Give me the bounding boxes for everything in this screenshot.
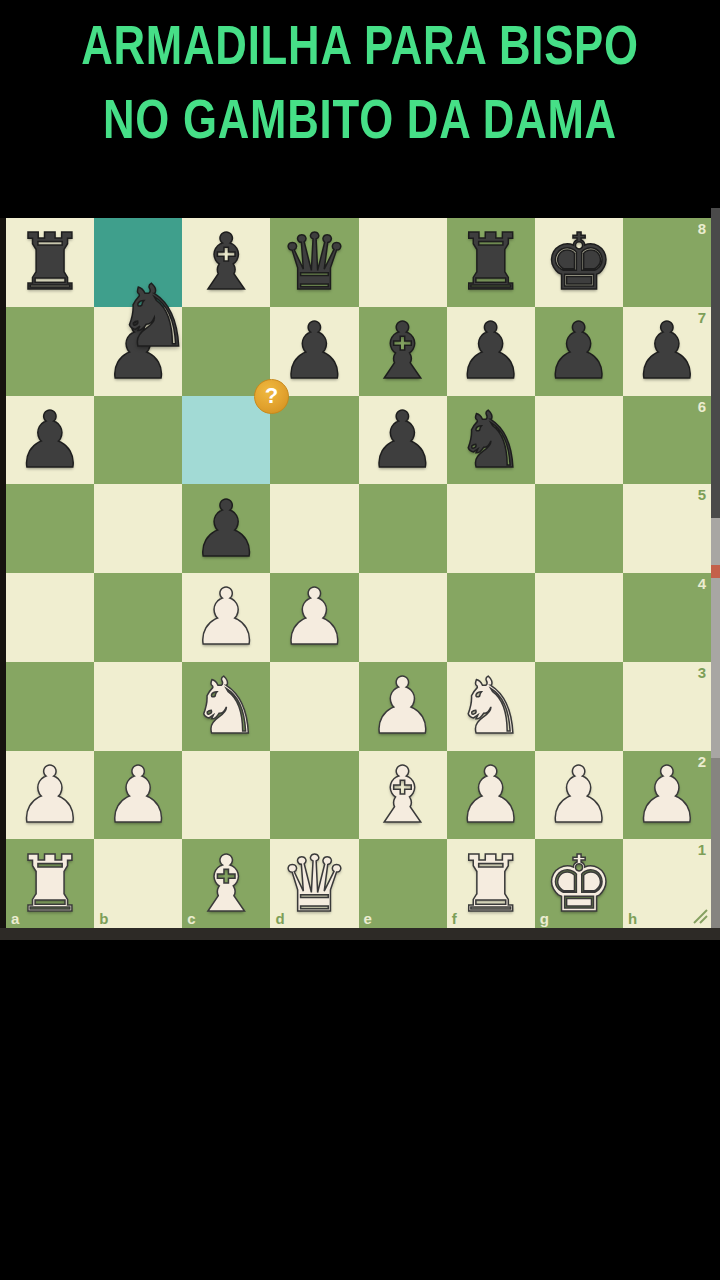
white-pawn-e3[interactable]: ♟ [359,662,447,751]
square-e7[interactable]: ♝ [359,307,447,396]
square-c1[interactable]: c♝ [182,839,270,928]
square-h3[interactable]: 3 [623,662,711,751]
file-label-b: b [99,911,108,926]
square-a5[interactable] [6,484,94,573]
square-d4[interactable]: ♟ [270,573,358,662]
square-a8[interactable]: ♜ [6,218,94,307]
square-g3[interactable] [535,662,623,751]
square-g5[interactable] [535,484,623,573]
black-queen-d8[interactable]: ♛ [270,218,358,307]
square-f4[interactable] [447,573,535,662]
rank-label-8: 8 [698,221,706,236]
square-f7[interactable]: ♟ [447,307,535,396]
square-h1[interactable]: 1h [623,839,711,928]
white-rook-f1[interactable]: ♜ [447,839,535,928]
square-h4[interactable]: 4 [623,573,711,662]
black-bishop-e7[interactable]: ♝ [359,307,447,396]
square-f8[interactable]: ♜ [447,218,535,307]
square-c5[interactable]: ♟ [182,484,270,573]
square-b3[interactable] [94,662,182,751]
square-c3[interactable]: ♞ [182,662,270,751]
scrollbar-track-top [711,208,720,518]
title-line-2: NO GAMBITO DA DAMA [79,82,641,156]
file-label-d: d [275,911,284,926]
white-pawn-g2[interactable]: ♟ [535,751,623,840]
square-f2[interactable]: ♟ [447,751,535,840]
black-king-g8[interactable]: ♚ [535,218,623,307]
board-resize-handle-icon[interactable] [690,906,708,924]
rank-label-4: 4 [698,576,706,591]
white-pawn-f2[interactable]: ♟ [447,751,535,840]
black-knight-f6[interactable]: ♞ [447,396,535,485]
square-e2[interactable]: ♝ [359,751,447,840]
rank-label-6: 6 [698,399,706,414]
black-rook-f8[interactable]: ♜ [447,218,535,307]
white-pawn-d4[interactable]: ♟ [270,573,358,662]
animating-knight-piece[interactable]: ♞ [110,272,198,360]
scrollbar[interactable] [711,208,720,928]
square-h8[interactable]: 8 [623,218,711,307]
square-d1[interactable]: d♛ [270,839,358,928]
black-pawn-g7[interactable]: ♟ [535,307,623,396]
video-frame: ARMADILHA PARA BISPO NO GAMBITO DA DAMA … [0,0,720,1280]
square-e1[interactable]: e [359,839,447,928]
video-title: ARMADILHA PARA BISPO NO GAMBITO DA DAMA [0,8,720,156]
square-g4[interactable] [535,573,623,662]
file-label-e: e [364,911,372,926]
square-g6[interactable] [535,396,623,485]
square-a3[interactable] [6,662,94,751]
square-e4[interactable] [359,573,447,662]
file-label-g: g [540,911,549,926]
title-line-1: ARMADILHA PARA BISPO [79,8,641,82]
square-f5[interactable] [447,484,535,573]
rank-label-7: 7 [698,310,706,325]
square-b5[interactable] [94,484,182,573]
white-bishop-e2[interactable]: ♝ [359,751,447,840]
square-d2[interactable] [270,751,358,840]
black-pawn-e6[interactable]: ♟ [359,396,447,485]
square-b1[interactable]: b [94,839,182,928]
square-e8[interactable] [359,218,447,307]
square-h5[interactable]: 5 [623,484,711,573]
mistake-annotation-symbol: ? [265,385,278,407]
square-g7[interactable]: ♟ [535,307,623,396]
mistake-annotation-badge: ? [254,379,289,414]
black-rook-a8[interactable]: ♜ [6,218,94,307]
square-d8[interactable]: ♛ [270,218,358,307]
square-c4[interactable]: ♟ [182,573,270,662]
square-b4[interactable] [94,573,182,662]
square-c2[interactable] [182,751,270,840]
black-pawn-c5[interactable]: ♟ [182,484,270,573]
rank-label-3: 3 [698,665,706,680]
file-label-a: a [11,911,19,926]
rank-label-2: 2 [698,754,706,769]
square-f1[interactable]: f♜ [447,839,535,928]
rank-label-1: 1 [698,842,706,857]
square-h6[interactable]: 6 [623,396,711,485]
square-h2[interactable]: 2♟ [623,751,711,840]
scrollbar-red-marker [711,565,720,578]
square-e6[interactable]: ♟ [359,396,447,485]
white-pawn-c4[interactable]: ♟ [182,573,270,662]
file-label-h: h [628,911,637,926]
black-pawn-a6[interactable]: ♟ [6,396,94,485]
board-bottom-edge [0,928,720,940]
square-h7[interactable]: 7♟ [623,307,711,396]
square-a7[interactable] [6,307,94,396]
square-a6[interactable]: ♟ [6,396,94,485]
square-e5[interactable] [359,484,447,573]
white-knight-c3[interactable]: ♞ [182,662,270,751]
scrollbar-thumb[interactable] [711,518,720,758]
square-b6[interactable] [94,396,182,485]
square-g2[interactable]: ♟ [535,751,623,840]
rank-label-5: 5 [698,487,706,502]
square-e3[interactable]: ♟ [359,662,447,751]
square-g8[interactable]: ♚ [535,218,623,307]
square-f6[interactable]: ♞ [447,396,535,485]
square-a2[interactable]: ♟ [6,751,94,840]
white-pawn-a2[interactable]: ♟ [6,751,94,840]
square-g1[interactable]: g♚ [535,839,623,928]
square-a1[interactable]: a♜ [6,839,94,928]
square-a4[interactable] [6,573,94,662]
file-label-c: c [187,911,195,926]
square-d7[interactable]: ♟ [270,307,358,396]
scrollbar-track-bottom [711,758,720,928]
white-pawn-b2[interactable]: ♟ [94,751,182,840]
square-b2[interactable]: ♟ [94,751,182,840]
black-pawn-f7[interactable]: ♟ [447,307,535,396]
square-f3[interactable]: ♞ [447,662,535,751]
black-pawn-d7[interactable]: ♟ [270,307,358,396]
square-d5[interactable] [270,484,358,573]
file-label-f: f [452,911,457,926]
square-d3[interactable] [270,662,358,751]
white-knight-f3[interactable]: ♞ [447,662,535,751]
square-c6[interactable] [182,396,270,485]
